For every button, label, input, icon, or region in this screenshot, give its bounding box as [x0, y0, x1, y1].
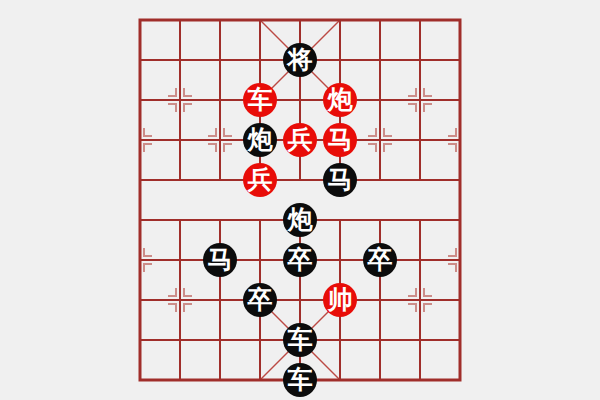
piece-black-soldier[interactable]: 卒	[363, 243, 397, 277]
piece-black-horse[interactable]: 马	[203, 243, 237, 277]
piece-black-cannon[interactable]: 炮	[243, 123, 277, 157]
piece-black-soldier[interactable]: 卒	[283, 243, 317, 277]
piece-black-horse[interactable]: 马	[323, 163, 357, 197]
piece-red-cannon[interactable]: 炮	[323, 83, 357, 117]
piece-red-soldier[interactable]: 兵	[283, 123, 317, 157]
xiangqi-board-diagram: 将车炮炮兵马兵马炮马卒卒卒帅车车	[0, 0, 600, 400]
piece-black-chariot[interactable]: 车	[283, 363, 317, 397]
piece-black-cannon[interactable]: 炮	[283, 203, 317, 237]
piece-red-soldier[interactable]: 兵	[243, 163, 277, 197]
piece-black-general[interactable]: 将	[283, 43, 317, 77]
xiangqi-board: 将车炮炮兵马兵马炮马卒卒卒帅车车	[140, 20, 460, 380]
piece-red-horse[interactable]: 马	[323, 123, 357, 157]
piece-black-chariot[interactable]: 车	[283, 323, 317, 357]
piece-red-general[interactable]: 帅	[323, 283, 357, 317]
piece-black-soldier[interactable]: 卒	[243, 283, 277, 317]
piece-red-chariot[interactable]: 车	[243, 83, 277, 117]
